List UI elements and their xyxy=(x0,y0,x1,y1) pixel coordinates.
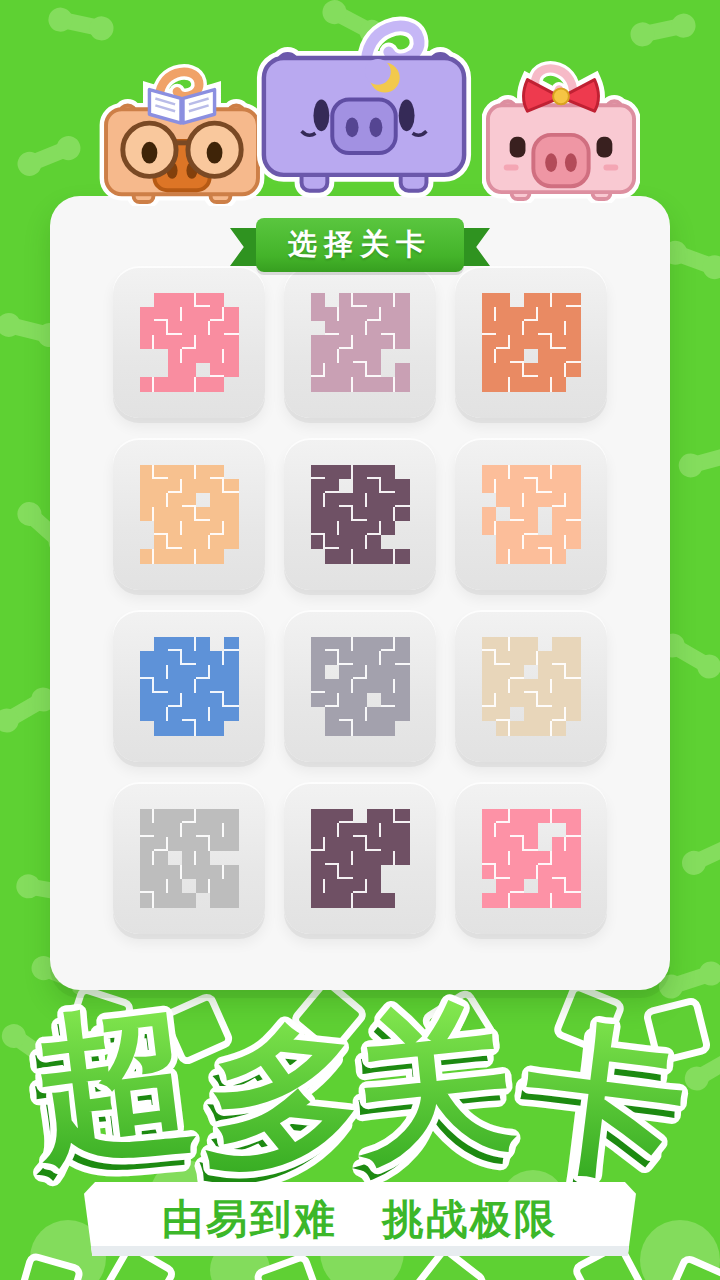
snout xyxy=(332,100,395,154)
nostril xyxy=(369,117,382,137)
left-blush xyxy=(504,165,519,171)
bone-icon xyxy=(671,245,720,276)
level-tile-2[interactable] xyxy=(284,266,436,418)
maze-icon xyxy=(311,809,410,908)
nostril xyxy=(346,117,359,137)
bone-icon xyxy=(57,11,105,36)
level-tile-7[interactable] xyxy=(113,610,265,762)
level-grid xyxy=(113,266,607,934)
maze-icon xyxy=(140,637,239,736)
character-bow-pig xyxy=(482,50,640,203)
character-scholar-pig xyxy=(98,58,266,206)
level-tile-5[interactable] xyxy=(284,438,436,590)
bone-icon xyxy=(5,317,54,344)
level-tile-12[interactable] xyxy=(455,782,607,934)
level-tile-1[interactable] xyxy=(113,266,265,418)
bone-icon xyxy=(667,638,715,675)
maze-icon xyxy=(311,293,410,392)
bone-icon xyxy=(667,965,716,994)
right-eye xyxy=(399,100,415,132)
title-banner: 超多关卡 超多关卡 xyxy=(28,992,692,1197)
bone-icon xyxy=(1,692,49,729)
level-tile-9[interactable] xyxy=(455,610,607,762)
bone-icon xyxy=(689,837,720,871)
subtitle-text: 由易到难 挑战极限 xyxy=(162,1192,558,1247)
background: 选择关卡 超多关卡 超多关卡 由易到难 挑战极限 xyxy=(0,0,720,1280)
left-eye xyxy=(142,142,158,164)
maze-icon xyxy=(140,465,239,564)
maze-icon xyxy=(482,465,581,564)
level-tile-3[interactable] xyxy=(455,266,607,418)
ribbon-middle: 选择关卡 xyxy=(256,218,464,272)
maze-icon xyxy=(140,809,239,908)
maze-icon xyxy=(482,293,581,392)
snout xyxy=(533,135,588,186)
bottom-ribbon: 由易到难 挑战极限 xyxy=(84,1182,636,1256)
nostril xyxy=(545,153,557,172)
maze-icon xyxy=(482,809,581,908)
level-tile-6[interactable] xyxy=(455,438,607,590)
right-eye xyxy=(597,137,613,158)
maze-icon xyxy=(140,293,239,392)
level-tile-4[interactable] xyxy=(113,438,265,590)
banner-ribbon: 选择关卡 xyxy=(230,218,490,274)
left-eye xyxy=(313,100,329,132)
bone-icon xyxy=(639,17,687,42)
nostril xyxy=(565,153,577,172)
bone-icon xyxy=(25,140,74,172)
right-blush xyxy=(603,165,618,171)
level-tile-8[interactable] xyxy=(284,610,436,762)
bone-icon xyxy=(687,446,720,473)
maze-icon xyxy=(311,465,410,564)
level-select-card: 选择关卡 xyxy=(50,196,670,990)
left-eye xyxy=(510,137,526,158)
character-moon-pig xyxy=(250,8,478,202)
maze-icon xyxy=(482,637,581,736)
banner-label: 选择关卡 xyxy=(288,225,432,265)
level-tile-11[interactable] xyxy=(284,782,436,934)
maze-icon xyxy=(311,637,410,736)
right-eye xyxy=(207,142,223,164)
level-tile-10[interactable] xyxy=(113,782,265,934)
